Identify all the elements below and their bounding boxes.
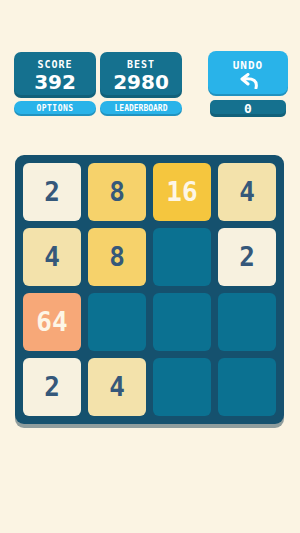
best-value: 2980 (113, 71, 169, 93)
tile-4: 4 (218, 163, 276, 221)
tile-4: 4 (23, 228, 81, 286)
undo-button[interactable]: UNDO (208, 51, 288, 96)
empty-cell (218, 293, 276, 351)
tile-64: 64 (23, 293, 81, 351)
empty-cell (153, 293, 211, 351)
empty-cell (153, 358, 211, 416)
app-screen: SCORE 392 BEST 2980 OPTIONS LEADERBOARD … (0, 0, 300, 533)
tile-4: 4 (88, 358, 146, 416)
undo-counter-value: 0 (244, 101, 252, 116)
tile-8: 8 (88, 163, 146, 221)
tile-8: 8 (88, 228, 146, 286)
undo-counter: 0 (210, 100, 286, 117)
game-board[interactable]: 281644826424 (15, 155, 284, 424)
best-label: BEST (127, 58, 155, 71)
tile-2: 2 (23, 163, 81, 221)
best-box: BEST 2980 (100, 52, 182, 98)
tile-2: 2 (218, 228, 276, 286)
score-box: SCORE 392 (14, 52, 96, 98)
options-button[interactable]: OPTIONS (14, 101, 96, 116)
leaderboard-button[interactable]: LEADERBOARD (100, 101, 182, 116)
score-value: 392 (34, 71, 76, 93)
undo-arrow-icon (235, 73, 261, 89)
undo-label: UNDO (233, 59, 264, 72)
tile-16: 16 (153, 163, 211, 221)
tile-2: 2 (23, 358, 81, 416)
empty-cell (88, 293, 146, 351)
score-label: SCORE (37, 58, 72, 71)
empty-cell (218, 358, 276, 416)
empty-cell (153, 228, 211, 286)
